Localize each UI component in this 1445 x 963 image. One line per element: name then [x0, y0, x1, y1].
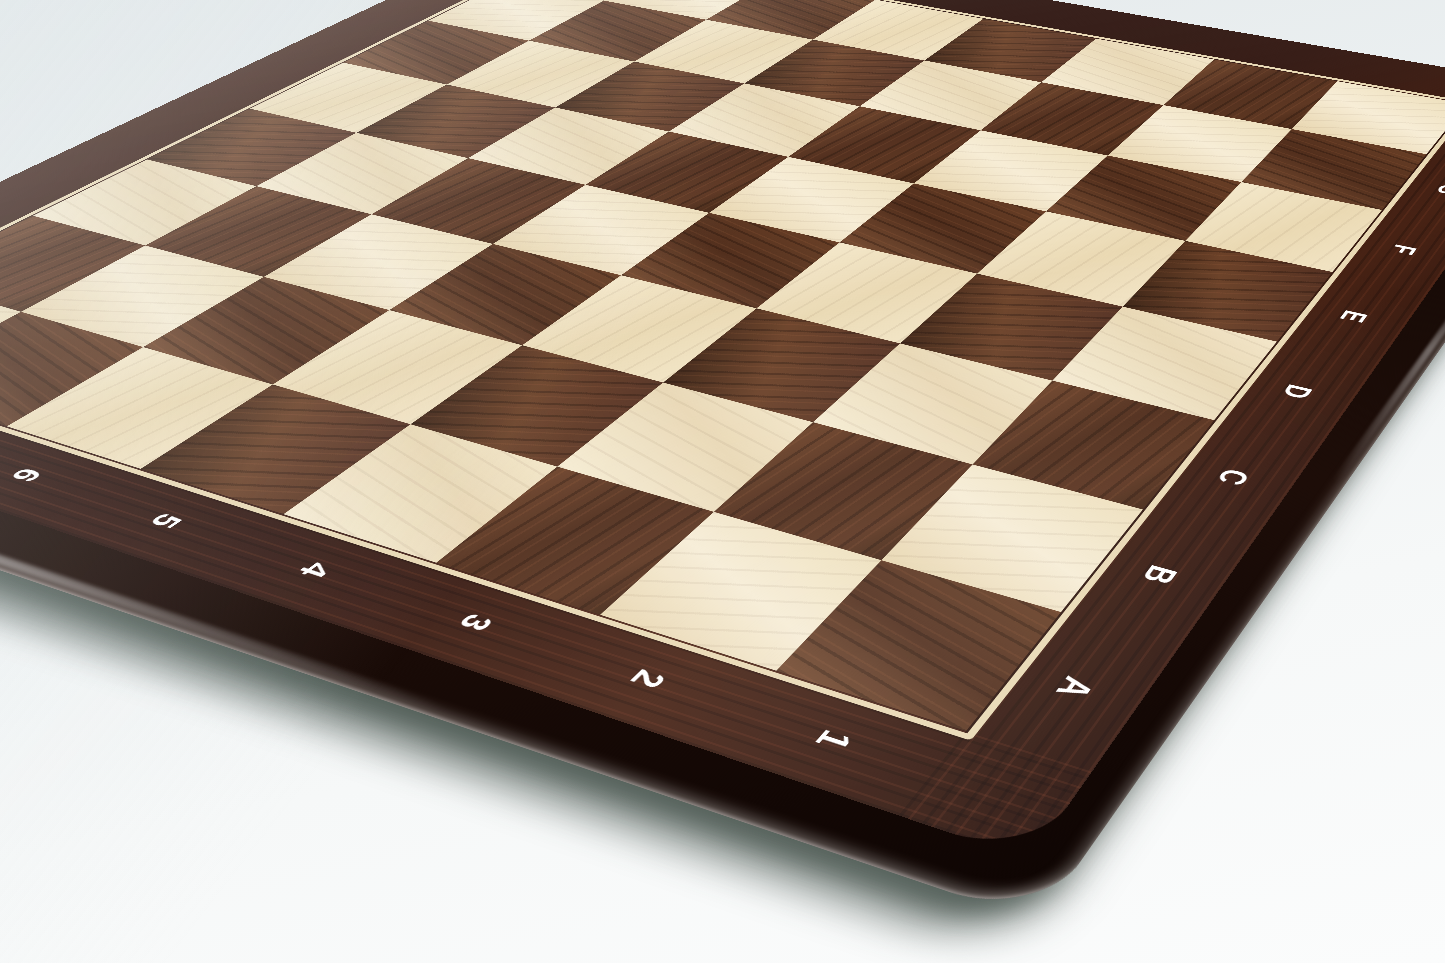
- scene: 12345678 ABCDEFGH: [0, 0, 1445, 963]
- chessboard: 12345678 ABCDEFGH: [0, 0, 1445, 860]
